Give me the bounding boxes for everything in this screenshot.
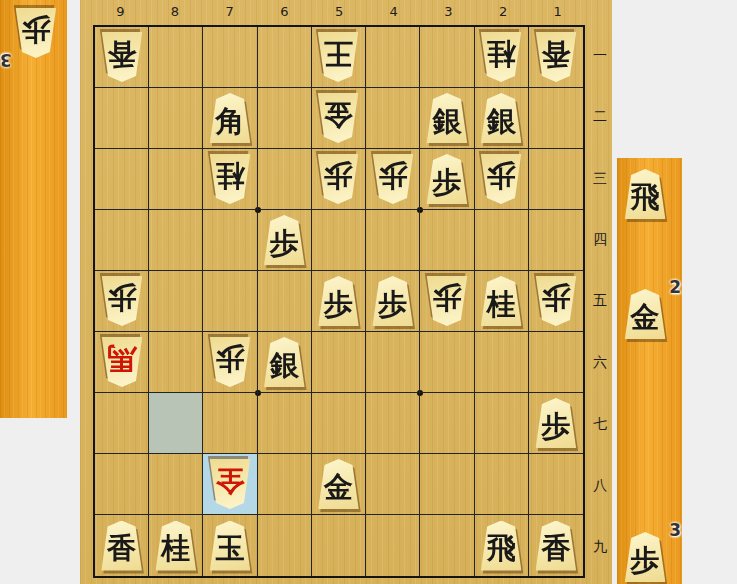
board-cell-8五[interactable] — [149, 271, 203, 332]
board-cell-8七[interactable] — [149, 393, 203, 454]
board-cell-5九[interactable] — [312, 515, 366, 576]
board-cell-4四[interactable] — [366, 210, 420, 271]
gote-piece-pawn[interactable]: 歩 — [13, 8, 58, 58]
rank-label-1: 一 — [588, 25, 612, 86]
board-cell-8八[interactable] — [149, 454, 203, 515]
board-cell-2五[interactable]: 桂 — [475, 271, 529, 332]
board-cell-9二[interactable] — [95, 88, 149, 149]
board-cell-2七[interactable] — [475, 393, 529, 454]
piece-kanji: 歩 — [432, 168, 461, 197]
board-cell-7五[interactable] — [203, 271, 257, 332]
file-labels: 987654321 — [93, 0, 585, 25]
board-cell-7七[interactable] — [203, 393, 257, 454]
gote-hand-count-pawn: 3 — [0, 50, 12, 70]
piece-kanji: 飛 — [631, 183, 660, 212]
rank-label-6: 六 — [588, 332, 612, 393]
board-cell-6六[interactable]: 銀 — [258, 332, 312, 393]
board-cell-4五[interactable]: 歩 — [366, 271, 420, 332]
piece-kanji: 歩 — [21, 16, 50, 45]
sente-piece-pawn[interactable]: 歩 — [316, 276, 361, 326]
sente-piece-rook[interactable]: 飛 — [623, 169, 668, 219]
sente-piece-pawn[interactable]: 歩 — [623, 532, 668, 582]
board-cell-4八[interactable] — [366, 454, 420, 515]
piece-kanji: 桂 — [216, 162, 245, 191]
sente-piece-knight[interactable]: 桂 — [479, 276, 524, 326]
board-cell-1九[interactable]: 香 — [529, 515, 583, 576]
piece-kanji: 香 — [541, 534, 570, 563]
board-cell-9七[interactable] — [95, 393, 149, 454]
gote-piece-lance[interactable]: 香 — [99, 32, 144, 82]
board-cell-9五[interactable]: 歩 — [95, 271, 149, 332]
board-cell-4六[interactable] — [366, 332, 420, 393]
board-cell-5四[interactable] — [312, 210, 366, 271]
piece-kanji: 桂 — [487, 290, 516, 319]
board-cell-9四[interactable] — [95, 210, 149, 271]
board-cell-6八[interactable] — [258, 454, 312, 515]
sente-piece-pawn[interactable]: 歩 — [424, 154, 469, 204]
sente-hand-entry-pawn: 歩3 — [619, 528, 677, 584]
board-cell-2八[interactable] — [475, 454, 529, 515]
gote-piece-pawn[interactable]: 歩 — [370, 154, 415, 204]
board-cell-6四[interactable]: 歩 — [258, 210, 312, 271]
board-cell-7四[interactable] — [203, 210, 257, 271]
board-cell-2二[interactable]: 銀 — [475, 88, 529, 149]
file-label-1: 1 — [530, 0, 585, 25]
board-cell-3六[interactable] — [420, 332, 474, 393]
board-cell-1五[interactable]: 歩 — [529, 271, 583, 332]
rank-label-7: 七 — [588, 394, 612, 455]
board-cell-1八[interactable] — [529, 454, 583, 515]
shogi-app: 歩3 987654321 一二三四五六七八九 香王桂香角金銀銀桂歩歩歩歩歩歩歩歩… — [0, 0, 737, 584]
file-label-3: 3 — [421, 0, 476, 25]
board-cell-5五[interactable]: 歩 — [312, 271, 366, 332]
board-cell-8二[interactable] — [149, 88, 203, 149]
sente-piece-lance[interactable]: 香 — [533, 521, 578, 571]
board-cell-2六[interactable] — [475, 332, 529, 393]
file-label-9: 9 — [93, 0, 148, 25]
board-cell-2四[interactable] — [475, 210, 529, 271]
board-cell-8六[interactable] — [149, 332, 203, 393]
piece-kanji: 飛 — [487, 534, 516, 563]
rank-label-4: 四 — [588, 209, 612, 270]
piece-kanji: 歩 — [378, 162, 407, 191]
rank-label-9: 九 — [588, 517, 612, 578]
board-cell-9九[interactable]: 香 — [95, 515, 149, 576]
board-cell-5二[interactable]: 金 — [312, 88, 366, 149]
file-label-6: 6 — [257, 0, 312, 25]
board-cell-4三[interactable]: 歩 — [366, 149, 420, 210]
piece-kanji: 全 — [216, 467, 245, 496]
board-cell-1一[interactable]: 香 — [529, 27, 583, 88]
sente-piece-gold[interactable]: 金 — [623, 289, 668, 339]
piece-kanji: 桂 — [161, 534, 190, 563]
board-cell-9一[interactable]: 香 — [95, 27, 149, 88]
board-cell-2三[interactable]: 歩 — [475, 149, 529, 210]
board-cell-1六[interactable] — [529, 332, 583, 393]
board-cell-9三[interactable] — [95, 149, 149, 210]
board-cell-7一[interactable] — [203, 27, 257, 88]
file-label-4: 4 — [366, 0, 421, 25]
sente-piece-lance[interactable]: 香 — [99, 521, 144, 571]
file-label-7: 7 — [202, 0, 257, 25]
board-cell-5三[interactable]: 歩 — [312, 149, 366, 210]
board-cell-6三[interactable] — [258, 149, 312, 210]
file-label-2: 2 — [476, 0, 531, 25]
rank-label-2: 二 — [588, 86, 612, 147]
board-cell-3三[interactable]: 歩 — [420, 149, 474, 210]
piece-kanji: 歩 — [107, 284, 136, 313]
piece-kanji: 金 — [324, 473, 353, 502]
board-cell-3八[interactable] — [420, 454, 474, 515]
sente-piece-rook[interactable]: 飛 — [479, 521, 524, 571]
sente-piece-bishop[interactable]: 角 — [208, 93, 253, 143]
sente-piece-gold[interactable]: 金 — [316, 459, 361, 509]
sente-piece-pawn[interactable]: 歩 — [262, 215, 307, 265]
board-cell-7六[interactable]: 歩 — [203, 332, 257, 393]
board-cell-7八[interactable]: 全 — [203, 454, 257, 515]
piece-kanji: 香 — [107, 40, 136, 69]
shogi-board: 987654321 一二三四五六七八九 香王桂香角金銀銀桂歩歩歩歩歩歩歩歩歩桂歩… — [80, 0, 612, 584]
board-cell-5八[interactable]: 金 — [312, 454, 366, 515]
board-cell-3九[interactable] — [420, 515, 474, 576]
gote-piece-pawn[interactable]: 歩 — [479, 154, 524, 204]
piece-kanji: 桂 — [487, 40, 516, 69]
board-cell-8四[interactable] — [149, 210, 203, 271]
board-cell-4九[interactable] — [366, 515, 420, 576]
piece-kanji: 歩 — [487, 162, 516, 191]
gote-piece-promoted-bishop[interactable]: 馬 — [99, 337, 144, 387]
board-cell-7二[interactable]: 角 — [203, 88, 257, 149]
board-cell-3四[interactable] — [420, 210, 474, 271]
board-cell-8一[interactable] — [149, 27, 203, 88]
sente-piece-king[interactable]: 玉 — [208, 521, 253, 571]
board-cell-9六[interactable]: 馬 — [95, 332, 149, 393]
board-cell-6九[interactable] — [258, 515, 312, 576]
board-cell-4七[interactable] — [366, 393, 420, 454]
piece-kanji: 歩 — [631, 546, 660, 575]
piece-kanji: 王 — [324, 40, 353, 69]
board-cell-8三[interactable] — [149, 149, 203, 210]
gote-piece-king[interactable]: 王 — [316, 32, 361, 82]
rank-label-5: 五 — [588, 271, 612, 332]
sente-piece-silver[interactable]: 銀 — [479, 93, 524, 143]
rank-labels: 一二三四五六七八九 — [588, 25, 612, 578]
piece-kanji: 歩 — [541, 284, 570, 313]
piece-kanji: 銀 — [487, 107, 516, 136]
sente-hand-count-pawn: 3 — [669, 520, 681, 540]
board-cell-5一[interactable]: 王 — [312, 27, 366, 88]
gote-piece-pawn[interactable]: 歩 — [208, 337, 253, 387]
piece-kanji: 歩 — [324, 290, 353, 319]
gote-hand-entry-pawn: 歩3 — [4, 4, 62, 62]
board-cell-2九[interactable]: 飛 — [475, 515, 529, 576]
sente-hand-entry-rook: 飛 — [619, 165, 677, 223]
board-cell-1四[interactable] — [529, 210, 583, 271]
gote-piece-pawn[interactable]: 歩 — [99, 276, 144, 326]
sente-hand-count-gold: 2 — [669, 277, 681, 297]
gote-piece-knight[interactable]: 桂 — [208, 154, 253, 204]
piece-kanji: 銀 — [270, 351, 299, 380]
piece-kanji: 歩 — [378, 290, 407, 319]
board-grid: 香王桂香角金銀銀桂歩歩歩歩歩歩歩歩歩桂歩馬歩銀歩全金香桂玉飛香 — [93, 25, 585, 578]
board-cell-8九[interactable]: 桂 — [149, 515, 203, 576]
piece-kanji: 銀 — [432, 107, 461, 136]
board-cell-1二[interactable] — [529, 88, 583, 149]
piece-kanji: 馬 — [107, 345, 136, 374]
board-cell-2一[interactable]: 桂 — [475, 27, 529, 88]
gote-piece-pawn[interactable]: 歩 — [533, 276, 578, 326]
rank-label-3: 三 — [588, 148, 612, 209]
sente-captured-tray: 飛金2歩3 — [617, 158, 682, 584]
piece-kanji: 歩 — [432, 284, 461, 313]
gote-captured-tray: 歩3 — [0, 0, 67, 418]
rank-label-8: 八 — [588, 455, 612, 516]
gote-piece-gold[interactable]: 金 — [316, 93, 361, 143]
gote-piece-knight[interactable]: 桂 — [479, 32, 524, 82]
board-cell-4二[interactable] — [366, 88, 420, 149]
board-cell-1七[interactable]: 歩 — [529, 393, 583, 454]
piece-kanji: 玉 — [216, 534, 245, 563]
board-cell-3二[interactable]: 銀 — [420, 88, 474, 149]
piece-kanji: 香 — [107, 534, 136, 563]
piece-kanji: 香 — [541, 40, 570, 69]
gote-piece-pawn[interactable]: 歩 — [424, 276, 469, 326]
gote-piece-promoted-silver[interactable]: 全 — [208, 459, 253, 509]
board-cell-3一[interactable] — [420, 27, 474, 88]
piece-kanji: 歩 — [270, 229, 299, 258]
board-cell-6五[interactable] — [258, 271, 312, 332]
board-cell-5七[interactable] — [312, 393, 366, 454]
sente-piece-silver[interactable]: 銀 — [424, 93, 469, 143]
piece-kanji: 角 — [216, 107, 245, 136]
sente-hand-entry-gold: 金2 — [619, 285, 677, 343]
sente-piece-pawn[interactable]: 歩 — [533, 398, 578, 448]
board-cell-5六[interactable] — [312, 332, 366, 393]
piece-kanji: 金 — [324, 101, 353, 130]
sente-piece-pawn[interactable]: 歩 — [370, 276, 415, 326]
file-label-8: 8 — [148, 0, 203, 25]
board-cell-3五[interactable]: 歩 — [420, 271, 474, 332]
board-cell-6一[interactable] — [258, 27, 312, 88]
board-cell-3七[interactable] — [420, 393, 474, 454]
board-cell-1三[interactable] — [529, 149, 583, 210]
piece-kanji: 歩 — [216, 345, 245, 374]
board-cell-7三[interactable]: 桂 — [203, 149, 257, 210]
gote-piece-pawn[interactable]: 歩 — [316, 154, 361, 204]
piece-kanji: 歩 — [541, 412, 570, 441]
board-cell-6七[interactable] — [258, 393, 312, 454]
file-label-5: 5 — [312, 0, 367, 25]
sente-piece-knight[interactable]: 桂 — [153, 521, 198, 571]
sente-piece-silver[interactable]: 銀 — [262, 337, 307, 387]
gote-piece-lance[interactable]: 香 — [533, 32, 578, 82]
piece-kanji: 金 — [631, 303, 660, 332]
board-cell-6二[interactable] — [258, 88, 312, 149]
board-cell-7九[interactable]: 玉 — [203, 515, 257, 576]
board-cell-4一[interactable] — [366, 27, 420, 88]
board-cell-9八[interactable] — [95, 454, 149, 515]
piece-kanji: 歩 — [324, 162, 353, 191]
